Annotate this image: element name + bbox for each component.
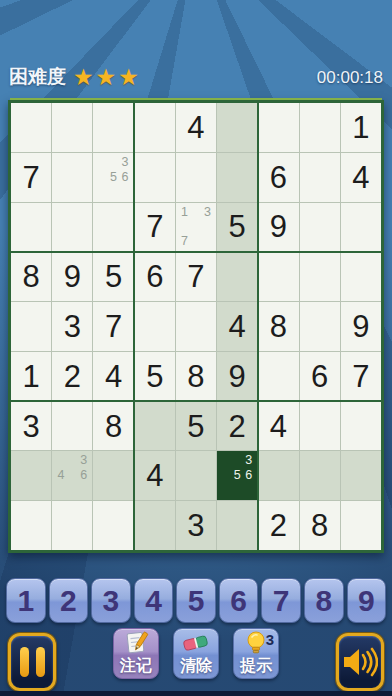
cell-r2c7[interactable]: 6 [258,153,298,202]
cell-r3c9[interactable] [341,203,381,252]
cell-value: 1 [22,361,39,392]
pause-icon [20,647,29,677]
cell-value: 9 [270,211,287,242]
cell-value: 7 [146,211,163,242]
cell-r4c3[interactable]: 5 [93,252,133,301]
cell-r3c8[interactable] [300,203,340,252]
cell-r2c8[interactable] [300,153,340,202]
cell-r1c2[interactable] [52,103,92,152]
cell-r1c4[interactable] [135,103,175,152]
difficulty-label: 困难度 [9,64,66,90]
cell-r5c6[interactable]: 4 [217,302,257,351]
cell-r1c7[interactable] [258,103,298,152]
cell-r7c1[interactable]: 3 [11,402,51,451]
pencil-note-icon [123,630,149,656]
cell-r4c8[interactable] [300,252,340,301]
cell-r6c9[interactable]: 7 [341,352,381,401]
cell-r5c9[interactable]: 9 [341,302,381,351]
cell-r7c4[interactable] [135,402,175,451]
numpad-button-5[interactable]: 5 [176,578,216,623]
cell-r9c2[interactable] [52,501,92,550]
hint-button[interactable]: 3 提示 [233,628,279,679]
cell-r4c4[interactable]: 6 [135,252,175,301]
sudoku-app-screen: 困难度 ★★★ 00:00:18 41735664713759895673748… [0,0,392,696]
numpad-button-4[interactable]: 4 [134,578,174,623]
numpad-button-7[interactable]: 7 [261,578,301,623]
timer: 00:00:18 [317,68,383,88]
cell-value: 4 [187,112,204,143]
cell-r3c7[interactable]: 9 [258,203,298,252]
cell-value: 2 [229,411,246,442]
numpad-button-1[interactable]: 1 [6,578,46,623]
cell-value: 4 [105,361,122,392]
cell-r5c5[interactable] [176,302,216,351]
cell-value: 3 [22,411,39,442]
cell-r3c4[interactable]: 7 [135,203,175,252]
cell-r1c9[interactable]: 1 [341,103,381,152]
cell-r6c7[interactable] [258,352,298,401]
cell-value: 3 [64,311,81,342]
cell-r2c5[interactable] [176,153,216,202]
cell-value: 2 [270,510,287,541]
cell-r4c1[interactable]: 8 [11,252,51,301]
cell-r2c1[interactable]: 7 [11,153,51,202]
cell-r1c5[interactable]: 4 [176,103,216,152]
cell-r1c3[interactable] [93,103,133,152]
cell-r7c8[interactable] [300,402,340,451]
cell-value: 8 [270,311,287,342]
cell-r5c2[interactable]: 3 [52,302,92,351]
cell-r9c3[interactable] [93,501,133,550]
cell-value: 4 [270,411,287,442]
lightbulb-icon [245,630,267,656]
cell-r8c6[interactable]: 356 [217,451,257,500]
cell-r2c3[interactable]: 356 [93,153,133,202]
cell-r7c6[interactable]: 2 [217,402,257,451]
cell-r5c3[interactable]: 7 [93,302,133,351]
notes-button[interactable]: 注记 [113,628,159,679]
cell-value: 6 [311,361,328,392]
cell-r1c6[interactable] [217,103,257,152]
cell-r7c5[interactable]: 5 [176,402,216,451]
hint-count-badge: 3 [266,631,274,648]
cell-r9c7[interactable]: 2 [258,501,298,550]
speaker-icon [342,646,378,678]
cell-r3c1[interactable] [11,203,51,252]
clear-label: 清除 [180,657,212,675]
pencil-marks: 356 [217,451,257,500]
cell-r7c2[interactable] [52,402,92,451]
cell-r8c5[interactable] [176,451,216,500]
cell-r8c4[interactable]: 4 [135,451,175,500]
numpad-button-2[interactable]: 2 [49,578,89,623]
cell-r8c7[interactable] [258,451,298,500]
pencil-marks: 346 [52,451,92,500]
cell-r9c1[interactable] [11,501,51,550]
cell-value: 6 [270,162,287,193]
sudoku-board: 4173566471375989567374891245896738524346… [8,100,384,553]
cell-value: 5 [146,361,163,392]
cell-value: 8 [22,261,39,292]
notes-label: 注记 [120,657,152,675]
cell-r4c9[interactable] [341,252,381,301]
difficulty-stars: ★★★ [73,66,141,89]
numpad-button-6[interactable]: 6 [219,578,259,623]
cell-r6c1[interactable]: 1 [11,352,51,401]
cell-value: 7 [352,361,369,392]
numpad-button-3[interactable]: 3 [91,578,131,623]
cell-r8c9[interactable] [341,451,381,500]
pencil-marks: 137 [176,203,216,252]
cell-value: 8 [311,510,328,541]
hint-label: 提示 [240,657,272,675]
cell-r4c7[interactable] [258,252,298,301]
cell-value: 9 [352,311,369,342]
cell-value: 6 [146,261,163,292]
cell-r9c5[interactable]: 3 [176,501,216,550]
cell-r9c9[interactable] [341,501,381,550]
cell-r6c6[interactable]: 9 [217,352,257,401]
cell-value: 7 [22,162,39,193]
numpad: 123456789 [6,578,386,623]
cell-r6c5[interactable]: 8 [176,352,216,401]
cell-value: 2 [64,361,81,392]
cell-value: 5 [105,261,122,292]
cell-value: 3 [187,510,204,541]
cell-value: 7 [187,261,204,292]
cell-value: 5 [229,211,246,242]
cell-r2c2[interactable] [52,153,92,202]
difficulty-group: 困难度 ★★★ [9,64,141,90]
cell-value: 4 [229,311,246,342]
cell-r9c4[interactable] [135,501,175,550]
cell-r3c2[interactable] [52,203,92,252]
cell-value: 1 [352,112,369,143]
cell-r2c9[interactable]: 4 [341,153,381,202]
cell-value: 9 [64,261,81,292]
cell-r3c5[interactable]: 137 [176,203,216,252]
cell-r4c6[interactable] [217,252,257,301]
cell-r6c4[interactable]: 5 [135,352,175,401]
cell-r3c6[interactable]: 5 [217,203,257,252]
pause-button[interactable] [8,633,56,691]
cell-value: 4 [352,162,369,193]
cell-r7c9[interactable] [341,402,381,451]
clear-button[interactable]: 清除 [173,628,219,679]
cell-value: 5 [187,411,204,442]
cell-r7c7[interactable]: 4 [258,402,298,451]
bottom-edge [0,691,392,696]
cell-r1c8[interactable] [300,103,340,152]
cell-r9c8[interactable]: 8 [300,501,340,550]
cell-value: 4 [146,460,163,491]
cell-r5c1[interactable] [11,302,51,351]
numpad-button-8[interactable]: 8 [304,578,344,623]
cell-r5c8[interactable] [300,302,340,351]
cell-r8c8[interactable] [300,451,340,500]
cell-r5c4[interactable] [135,302,175,351]
cell-r2c4[interactable] [135,153,175,202]
cell-r8c3[interactable] [93,451,133,500]
cell-r8c2[interactable]: 346 [52,451,92,500]
cell-r4c5[interactable]: 7 [176,252,216,301]
sound-button[interactable] [336,633,384,691]
cell-r3c3[interactable] [93,203,133,252]
cell-r9c6[interactable] [217,501,257,550]
cell-value: 8 [187,361,204,392]
cell-r6c2[interactable]: 2 [52,352,92,401]
cell-r4c2[interactable]: 9 [52,252,92,301]
cell-value: 9 [229,361,246,392]
eraser-icon [181,630,211,656]
pencil-marks: 356 [93,153,133,202]
numpad-button-9[interactable]: 9 [347,578,387,623]
cell-value: 8 [105,411,122,442]
cell-r5c7[interactable]: 8 [258,302,298,351]
cell-value: 7 [105,311,122,342]
cell-r8c1[interactable] [11,451,51,500]
cell-r7c3[interactable]: 8 [93,402,133,451]
cell-r1c1[interactable] [11,103,51,152]
cell-r6c8[interactable]: 6 [300,352,340,401]
cell-r6c3[interactable]: 4 [93,352,133,401]
cell-r2c6[interactable] [217,153,257,202]
